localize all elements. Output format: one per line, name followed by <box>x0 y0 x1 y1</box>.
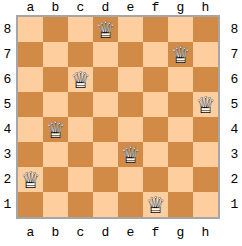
square-b3[interactable] <box>43 142 68 167</box>
square-h4[interactable] <box>193 117 218 142</box>
rank-label: 7 <box>227 42 242 67</box>
square-b7[interactable] <box>43 42 68 67</box>
square-b5[interactable] <box>43 92 68 117</box>
white-queen: ♛♕ <box>118 142 143 167</box>
square-g2[interactable] <box>168 167 193 192</box>
square-h8[interactable] <box>193 17 218 42</box>
white-queen-outline: ♕ <box>93 17 118 42</box>
file-label: c <box>68 222 93 244</box>
square-h7[interactable] <box>193 42 218 67</box>
rank-label: 5 <box>227 92 242 117</box>
square-e5[interactable] <box>118 92 143 117</box>
rank-label: 2 <box>0 167 15 192</box>
square-g4[interactable] <box>168 117 193 142</box>
rank-label: 7 <box>0 42 15 67</box>
square-a6[interactable] <box>18 67 43 92</box>
rank-label: 2 <box>227 167 242 192</box>
square-a7[interactable] <box>18 42 43 67</box>
square-d3[interactable] <box>93 142 118 167</box>
square-f6[interactable] <box>143 67 168 92</box>
file-labels-top: abcdefgh <box>18 0 218 15</box>
white-queen: ♛♕ <box>143 192 168 217</box>
rank-label: 3 <box>0 142 15 167</box>
file-label: c <box>68 0 93 15</box>
rank-label: 8 <box>227 17 242 42</box>
square-e1[interactable] <box>118 192 143 217</box>
rank-label: 1 <box>227 192 242 217</box>
square-h5[interactable]: ♛♕ <box>193 92 218 117</box>
square-a5[interactable] <box>18 92 43 117</box>
rank-labels-left: 87654321 <box>0 17 15 217</box>
square-d6[interactable] <box>93 67 118 92</box>
rank-label: 6 <box>227 67 242 92</box>
square-a3[interactable] <box>18 142 43 167</box>
square-a8[interactable] <box>18 17 43 42</box>
square-g7[interactable]: ♛♕ <box>168 42 193 67</box>
file-label: e <box>118 222 143 244</box>
file-label: b <box>43 222 68 244</box>
square-a1[interactable] <box>18 192 43 217</box>
rank-label: 6 <box>0 67 15 92</box>
file-label: f <box>143 0 168 15</box>
square-c5[interactable] <box>68 92 93 117</box>
file-label: g <box>168 222 193 244</box>
square-g8[interactable] <box>168 17 193 42</box>
white-queen: ♛♕ <box>93 17 118 42</box>
square-c2[interactable] <box>68 167 93 192</box>
rank-label: 4 <box>0 117 15 142</box>
square-c1[interactable] <box>68 192 93 217</box>
white-queen: ♛♕ <box>193 92 218 117</box>
square-b2[interactable] <box>43 167 68 192</box>
square-f3[interactable] <box>143 142 168 167</box>
white-queen-outline: ♕ <box>143 192 168 217</box>
square-d4[interactable] <box>93 117 118 142</box>
square-c4[interactable] <box>68 117 93 142</box>
square-e3[interactable]: ♛♕ <box>118 142 143 167</box>
square-f2[interactable] <box>143 167 168 192</box>
file-label: f <box>143 222 168 244</box>
square-c7[interactable] <box>68 42 93 67</box>
file-labels-bottom: abcdefgh <box>18 222 218 244</box>
file-label: d <box>93 222 118 244</box>
white-queen-outline: ♕ <box>168 42 193 67</box>
file-label: b <box>43 0 68 15</box>
square-c8[interactable] <box>68 17 93 42</box>
white-queen: ♛♕ <box>43 117 68 142</box>
square-d5[interactable] <box>93 92 118 117</box>
file-label: h <box>193 222 218 244</box>
square-b6[interactable] <box>43 67 68 92</box>
square-b8[interactable] <box>43 17 68 42</box>
square-h3[interactable] <box>193 142 218 167</box>
square-e2[interactable] <box>118 167 143 192</box>
white-queen-outline: ♕ <box>43 117 68 142</box>
file-label: a <box>18 222 43 244</box>
chess-diagram: abcdefgh 87654321 ♛♕♛♕♛♕♛♕♛♕♛♕♛♕♛♕ 87654… <box>0 0 242 246</box>
white-queen-outline: ♕ <box>193 92 218 117</box>
square-g3[interactable] <box>168 142 193 167</box>
square-f5[interactable] <box>143 92 168 117</box>
file-label: d <box>93 0 118 15</box>
square-g6[interactable] <box>168 67 193 92</box>
square-f1[interactable]: ♛♕ <box>143 192 168 217</box>
rank-label: 1 <box>0 192 15 217</box>
white-queen: ♛♕ <box>68 67 93 92</box>
square-c3[interactable] <box>68 142 93 167</box>
square-d2[interactable] <box>93 167 118 192</box>
white-queen-outline: ♕ <box>18 167 43 192</box>
square-e6[interactable] <box>118 67 143 92</box>
square-f4[interactable] <box>143 117 168 142</box>
rank-label: 8 <box>0 17 15 42</box>
square-b4[interactable]: ♛♕ <box>43 117 68 142</box>
square-g1[interactable] <box>168 192 193 217</box>
square-c6[interactable]: ♛♕ <box>68 67 93 92</box>
square-d1[interactable] <box>93 192 118 217</box>
square-d8[interactable]: ♛♕ <box>93 17 118 42</box>
square-e8[interactable] <box>118 17 143 42</box>
square-e7[interactable] <box>118 42 143 67</box>
square-f8[interactable] <box>143 17 168 42</box>
white-queen-outline: ♕ <box>68 67 93 92</box>
rank-label: 3 <box>227 142 242 167</box>
rank-labels-right: 87654321 <box>227 17 242 217</box>
file-label: e <box>118 0 143 15</box>
square-h6[interactable] <box>193 67 218 92</box>
white-queen: ♛♕ <box>168 42 193 67</box>
rank-label: 4 <box>227 117 242 142</box>
square-d7[interactable] <box>93 42 118 67</box>
file-label: g <box>168 0 193 15</box>
file-label: h <box>193 0 218 15</box>
file-label: a <box>18 0 43 15</box>
square-f7[interactable] <box>143 42 168 67</box>
square-h2[interactable] <box>193 167 218 192</box>
square-h1[interactable] <box>193 192 218 217</box>
square-e4[interactable] <box>118 117 143 142</box>
square-g5[interactable] <box>168 92 193 117</box>
square-b1[interactable] <box>43 192 68 217</box>
square-a4[interactable] <box>18 117 43 142</box>
white-queen-outline: ♕ <box>118 142 143 167</box>
rank-label: 5 <box>0 92 15 117</box>
chess-board: ♛♕♛♕♛♕♛♕♛♕♛♕♛♕♛♕ <box>16 15 220 219</box>
square-a2[interactable]: ♛♕ <box>18 167 43 192</box>
white-queen: ♛♕ <box>18 167 43 192</box>
